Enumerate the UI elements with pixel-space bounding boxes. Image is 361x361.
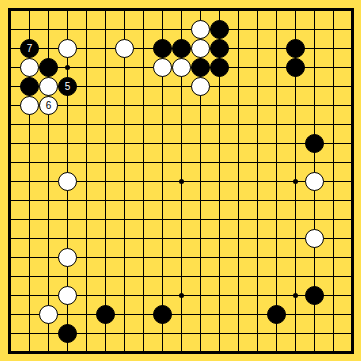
stone-white[interactable]: 6: [39, 96, 58, 115]
stone-black[interactable]: [210, 20, 229, 39]
stone-black[interactable]: [58, 324, 77, 343]
stone-black[interactable]: [39, 58, 58, 77]
stone-black[interactable]: [172, 39, 191, 58]
move-number-label: 5: [65, 82, 71, 92]
grid-line-vertical: [238, 10, 239, 352]
stone-white[interactable]: [115, 39, 134, 58]
stone-black[interactable]: 5: [58, 77, 77, 96]
star-point: [65, 65, 70, 70]
stone-white[interactable]: [172, 58, 191, 77]
star-point: [293, 179, 298, 184]
stone-black[interactable]: [305, 286, 324, 305]
stone-black[interactable]: [305, 134, 324, 153]
stone-white[interactable]: [191, 77, 210, 96]
stone-white[interactable]: [153, 58, 172, 77]
grid-line-horizontal: [10, 276, 352, 277]
stone-white[interactable]: [20, 96, 39, 115]
stone-black[interactable]: [210, 39, 229, 58]
stone-white[interactable]: [58, 172, 77, 191]
stone-white[interactable]: [20, 58, 39, 77]
grid-line-vertical: [257, 10, 258, 352]
grid-line-vertical: [333, 10, 334, 352]
grid-line-horizontal: [10, 219, 352, 220]
stone-black[interactable]: [153, 39, 172, 58]
grid-line-horizontal: [10, 238, 352, 239]
stone-black[interactable]: [267, 305, 286, 324]
stone-white[interactable]: [191, 39, 210, 58]
stone-black[interactable]: 7: [20, 39, 39, 58]
go-board[interactable]: 756: [0, 0, 361, 361]
grid-line-horizontal: [10, 200, 352, 201]
stone-black[interactable]: [191, 58, 210, 77]
stone-white[interactable]: [58, 286, 77, 305]
stone-black[interactable]: [153, 305, 172, 324]
stone-white[interactable]: [305, 172, 324, 191]
star-point: [179, 293, 184, 298]
stone-white[interactable]: [58, 248, 77, 267]
move-number-label: 6: [46, 101, 52, 111]
stone-white[interactable]: [305, 229, 324, 248]
stone-black[interactable]: [210, 58, 229, 77]
grid-line-horizontal: [10, 314, 352, 315]
stone-white[interactable]: [191, 20, 210, 39]
stone-black[interactable]: [96, 305, 115, 324]
stone-white[interactable]: [58, 39, 77, 58]
stone-white[interactable]: [39, 77, 58, 96]
grid-line-vertical: [276, 10, 277, 352]
stone-black[interactable]: [286, 58, 305, 77]
stone-black[interactable]: [20, 77, 39, 96]
stone-white[interactable]: [39, 305, 58, 324]
move-number-label: 7: [27, 44, 33, 54]
star-point: [293, 293, 298, 298]
star-point: [179, 179, 184, 184]
stone-black[interactable]: [286, 39, 305, 58]
